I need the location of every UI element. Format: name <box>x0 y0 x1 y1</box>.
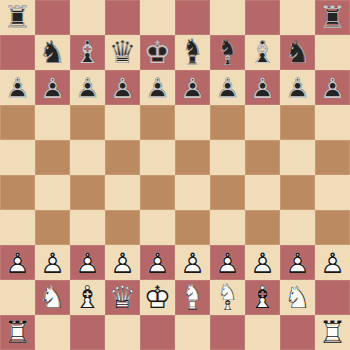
square-f9[interactable]: ♜♖♞♘ <box>175 35 210 70</box>
white-king-glyph-fill: ♚ <box>140 280 175 315</box>
black-pawn[interactable]: ♟♙ <box>245 70 280 105</box>
square-c4[interactable] <box>70 210 105 245</box>
square-d2[interactable]: ♛♕ <box>105 280 140 315</box>
black-pawn-glyph-fill: ♟ <box>140 70 175 105</box>
square-j9[interactable] <box>315 35 350 70</box>
square-b7[interactable] <box>35 105 70 140</box>
grand-chess-board: ♜♖♜♖♞♘♝♗♛♕♚♔♜♖♞♘♝♗♞♘♝♗♞♘♟♙♟♙♟♙♟♙♟♙♟♙♟♙♟♙… <box>0 0 350 350</box>
black-cardinal-base-glyph-stroke: ♗ <box>210 35 245 70</box>
white-pawn-glyph-fill: ♟ <box>315 245 350 280</box>
white-pawn-glyph-stroke: ♙ <box>315 245 350 280</box>
black-marshall-head-glyph-stroke: ♘ <box>175 35 210 70</box>
black-marshall-base-glyph-fill: ♜ <box>175 35 210 70</box>
white-rook-glyph-fill: ♜ <box>315 315 350 350</box>
black-queen-glyph-stroke: ♕ <box>105 35 140 70</box>
square-b5[interactable] <box>35 175 70 210</box>
white-pawn[interactable]: ♟♙ <box>140 245 175 280</box>
square-e8[interactable]: ♟♙ <box>140 70 175 105</box>
white-marshall-head-glyph-fill: ♞ <box>175 280 210 315</box>
square-g7[interactable] <box>210 105 245 140</box>
white-marshall-head-glyph-stroke: ♘ <box>175 280 210 315</box>
black-king-glyph-stroke: ♔ <box>140 35 175 70</box>
black-queen-glyph-fill: ♛ <box>105 35 140 70</box>
square-b10[interactable] <box>35 0 70 35</box>
white-marshall-base-glyph-fill: ♜ <box>175 280 210 315</box>
black-cardinal-head-glyph-fill: ♞ <box>210 35 245 70</box>
white-knight-glyph-stroke: ♘ <box>280 280 315 315</box>
square-h10[interactable] <box>245 0 280 35</box>
white-pawn-glyph-stroke: ♙ <box>245 245 280 280</box>
square-j2[interactable] <box>315 280 350 315</box>
square-g5[interactable] <box>210 175 245 210</box>
black-knight[interactable]: ♞♘ <box>280 35 315 70</box>
white-pawn-glyph-fill: ♟ <box>280 245 315 280</box>
square-g4[interactable] <box>210 210 245 245</box>
white-rook[interactable]: ♜♖ <box>0 315 35 350</box>
white-pawn[interactable]: ♟♙ <box>70 245 105 280</box>
square-d10[interactable] <box>105 0 140 35</box>
white-pawn-glyph-stroke: ♙ <box>175 245 210 280</box>
black-knight-glyph-stroke: ♘ <box>35 35 70 70</box>
square-f6[interactable] <box>175 140 210 175</box>
square-i6[interactable] <box>280 140 315 175</box>
white-pawn[interactable]: ♟♙ <box>175 245 210 280</box>
white-pawn-glyph-stroke: ♙ <box>140 245 175 280</box>
black-cardinal-head-glyph-stroke: ♘ <box>210 35 245 70</box>
square-e5[interactable] <box>140 175 175 210</box>
white-knight-glyph-stroke: ♘ <box>35 280 70 315</box>
white-rook-glyph-stroke: ♖ <box>315 315 350 350</box>
square-c10[interactable] <box>70 0 105 35</box>
black-pawn[interactable]: ♟♙ <box>105 70 140 105</box>
white-cardinal-head-glyph-stroke: ♘ <box>210 280 245 315</box>
square-a4[interactable] <box>0 210 35 245</box>
white-bishop[interactable]: ♝♗ <box>70 280 105 315</box>
white-pawn-glyph-fill: ♟ <box>35 245 70 280</box>
square-h8[interactable]: ♟♙ <box>245 70 280 105</box>
square-j1[interactable]: ♜♖ <box>315 315 350 350</box>
black-pawn-glyph-stroke: ♙ <box>245 70 280 105</box>
square-e6[interactable] <box>140 140 175 175</box>
white-pawn[interactable]: ♟♙ <box>105 245 140 280</box>
square-b8[interactable]: ♟♙ <box>35 70 70 105</box>
white-knight[interactable]: ♞♘ <box>35 280 70 315</box>
white-pawn-glyph-fill: ♟ <box>0 245 35 280</box>
black-pawn-glyph-stroke: ♙ <box>280 70 315 105</box>
square-j8[interactable]: ♟♙ <box>315 70 350 105</box>
square-g10[interactable] <box>210 0 245 35</box>
white-pawn-glyph-stroke: ♙ <box>210 245 245 280</box>
black-pawn[interactable]: ♟♙ <box>0 70 35 105</box>
white-pawn-glyph-fill: ♟ <box>175 245 210 280</box>
square-b4[interactable] <box>35 210 70 245</box>
square-i2[interactable]: ♞♘ <box>280 280 315 315</box>
square-e1[interactable] <box>140 315 175 350</box>
square-g9[interactable]: ♝♗♞♘ <box>210 35 245 70</box>
black-knight-glyph-fill: ♞ <box>35 35 70 70</box>
black-bishop-glyph-fill: ♝ <box>70 35 105 70</box>
black-pawn[interactable]: ♟♙ <box>140 70 175 105</box>
white-pawn-glyph-stroke: ♙ <box>0 245 35 280</box>
square-i7[interactable] <box>280 105 315 140</box>
white-pawn-glyph-fill: ♟ <box>245 245 280 280</box>
white-queen-glyph-stroke: ♕ <box>105 280 140 315</box>
square-g1[interactable] <box>210 315 245 350</box>
square-c9[interactable]: ♝♗ <box>70 35 105 70</box>
white-cardinal-base-glyph-stroke: ♗ <box>210 280 245 315</box>
black-bishop-glyph-stroke: ♗ <box>245 35 280 70</box>
square-b2[interactable]: ♞♘ <box>35 280 70 315</box>
black-king-glyph-fill: ♚ <box>140 35 175 70</box>
white-pawn-glyph-fill: ♟ <box>105 245 140 280</box>
black-rook-glyph-stroke: ♖ <box>0 0 35 35</box>
black-marshall[interactable]: ♜♖♞♘ <box>175 35 210 70</box>
square-h1[interactable] <box>245 315 280 350</box>
black-bishop-glyph-fill: ♝ <box>245 35 280 70</box>
black-pawn-glyph-stroke: ♙ <box>70 70 105 105</box>
square-b1[interactable] <box>35 315 70 350</box>
black-rook[interactable]: ♜♖ <box>0 0 35 35</box>
black-pawn-glyph-stroke: ♙ <box>35 70 70 105</box>
square-c7[interactable] <box>70 105 105 140</box>
square-d3[interactable]: ♟♙ <box>105 245 140 280</box>
square-b3[interactable]: ♟♙ <box>35 245 70 280</box>
square-h9[interactable]: ♝♗ <box>245 35 280 70</box>
black-cardinal-base-glyph-fill: ♝ <box>210 35 245 70</box>
square-c5[interactable] <box>70 175 105 210</box>
black-pawn-glyph-stroke: ♙ <box>315 70 350 105</box>
white-pawn-glyph-stroke: ♙ <box>280 245 315 280</box>
square-f4[interactable] <box>175 210 210 245</box>
black-pawn[interactable]: ♟♙ <box>175 70 210 105</box>
square-d7[interactable] <box>105 105 140 140</box>
square-f10[interactable] <box>175 0 210 35</box>
white-marshall-base-glyph-stroke: ♖ <box>175 280 210 315</box>
square-f3[interactable]: ♟♙ <box>175 245 210 280</box>
square-g8[interactable]: ♟♙ <box>210 70 245 105</box>
white-bishop-glyph-fill: ♝ <box>70 280 105 315</box>
black-pawn[interactable]: ♟♙ <box>315 70 350 105</box>
white-knight-glyph-fill: ♞ <box>280 280 315 315</box>
square-a3[interactable]: ♟♙ <box>0 245 35 280</box>
white-rook-glyph-stroke: ♖ <box>0 315 35 350</box>
square-a8[interactable]: ♟♙ <box>0 70 35 105</box>
black-knight-glyph-stroke: ♘ <box>280 35 315 70</box>
square-h4[interactable] <box>245 210 280 245</box>
square-c6[interactable] <box>70 140 105 175</box>
white-knight-glyph-fill: ♞ <box>35 280 70 315</box>
black-pawn-glyph-stroke: ♙ <box>210 70 245 105</box>
square-i10[interactable] <box>280 0 315 35</box>
square-d8[interactable]: ♟♙ <box>105 70 140 105</box>
white-bishop-glyph-stroke: ♗ <box>245 280 280 315</box>
square-c1[interactable] <box>70 315 105 350</box>
white-pawn[interactable]: ♟♙ <box>280 245 315 280</box>
square-f7[interactable] <box>175 105 210 140</box>
square-e9[interactable]: ♚♔ <box>140 35 175 70</box>
black-knight[interactable]: ♞♘ <box>35 35 70 70</box>
white-pawn[interactable]: ♟♙ <box>210 245 245 280</box>
square-d9[interactable]: ♛♕ <box>105 35 140 70</box>
black-pawn-glyph-stroke: ♙ <box>105 70 140 105</box>
white-pawn[interactable]: ♟♙ <box>0 245 35 280</box>
square-d6[interactable] <box>105 140 140 175</box>
square-f5[interactable] <box>175 175 210 210</box>
square-a10[interactable]: ♜♖ <box>0 0 35 35</box>
white-bishop[interactable]: ♝♗ <box>245 280 280 315</box>
square-h2[interactable]: ♝♗ <box>245 280 280 315</box>
black-queen[interactable]: ♛♕ <box>105 35 140 70</box>
square-h5[interactable] <box>245 175 280 210</box>
white-pawn[interactable]: ♟♙ <box>315 245 350 280</box>
square-f1[interactable] <box>175 315 210 350</box>
black-pawn-glyph-fill: ♟ <box>175 70 210 105</box>
square-f2[interactable]: ♜♖♞♘ <box>175 280 210 315</box>
white-pawn-glyph-stroke: ♙ <box>105 245 140 280</box>
square-j3[interactable]: ♟♙ <box>315 245 350 280</box>
square-c3[interactable]: ♟♙ <box>70 245 105 280</box>
black-pawn-glyph-fill: ♟ <box>210 70 245 105</box>
white-pawn-glyph-stroke: ♙ <box>35 245 70 280</box>
black-king[interactable]: ♚♔ <box>140 35 175 70</box>
square-j4[interactable] <box>315 210 350 245</box>
square-a7[interactable] <box>0 105 35 140</box>
square-i5[interactable] <box>280 175 315 210</box>
black-pawn[interactable]: ♟♙ <box>210 70 245 105</box>
black-marshall-head-glyph-fill: ♞ <box>175 35 210 70</box>
black-rook-glyph-stroke: ♖ <box>315 0 350 35</box>
black-pawn-glyph-stroke: ♙ <box>140 70 175 105</box>
black-pawn[interactable]: ♟♙ <box>35 70 70 105</box>
square-b6[interactable] <box>35 140 70 175</box>
black-pawn[interactable]: ♟♙ <box>70 70 105 105</box>
black-pawn-glyph-stroke: ♙ <box>0 70 35 105</box>
square-d1[interactable] <box>105 315 140 350</box>
black-pawn-glyph-fill: ♟ <box>245 70 280 105</box>
square-d4[interactable] <box>105 210 140 245</box>
square-i1[interactable] <box>280 315 315 350</box>
square-j5[interactable] <box>315 175 350 210</box>
square-i4[interactable] <box>280 210 315 245</box>
white-pawn-glyph-fill: ♟ <box>210 245 245 280</box>
white-pawn-glyph-stroke: ♙ <box>70 245 105 280</box>
square-c8[interactable]: ♟♙ <box>70 70 105 105</box>
square-a2[interactable] <box>0 280 35 315</box>
square-d5[interactable] <box>105 175 140 210</box>
black-bishop-glyph-stroke: ♗ <box>70 35 105 70</box>
square-i3[interactable]: ♟♙ <box>280 245 315 280</box>
black-cardinal[interactable]: ♝♗♞♘ <box>210 35 245 70</box>
white-bishop-glyph-stroke: ♗ <box>70 280 105 315</box>
square-e3[interactable]: ♟♙ <box>140 245 175 280</box>
white-cardinal[interactable]: ♝♗♞♘ <box>210 280 245 315</box>
square-h3[interactable]: ♟♙ <box>245 245 280 280</box>
white-cardinal-head-glyph-fill: ♞ <box>210 280 245 315</box>
square-j6[interactable] <box>315 140 350 175</box>
black-bishop[interactable]: ♝♗ <box>70 35 105 70</box>
black-pawn-glyph-fill: ♟ <box>315 70 350 105</box>
square-f8[interactable]: ♟♙ <box>175 70 210 105</box>
square-j10[interactable]: ♜♖ <box>315 0 350 35</box>
black-pawn-glyph-fill: ♟ <box>0 70 35 105</box>
black-pawn-glyph-fill: ♟ <box>280 70 315 105</box>
square-a5[interactable] <box>0 175 35 210</box>
square-a9[interactable] <box>0 35 35 70</box>
white-rook-glyph-fill: ♜ <box>0 315 35 350</box>
square-b9[interactable]: ♞♘ <box>35 35 70 70</box>
black-pawn-glyph-fill: ♟ <box>105 70 140 105</box>
black-pawn[interactable]: ♟♙ <box>280 70 315 105</box>
white-pawn[interactable]: ♟♙ <box>35 245 70 280</box>
black-pawn-glyph-fill: ♟ <box>35 70 70 105</box>
square-h6[interactable] <box>245 140 280 175</box>
square-e10[interactable] <box>140 0 175 35</box>
black-marshall-base-glyph-stroke: ♖ <box>175 35 210 70</box>
black-rook-glyph-fill: ♜ <box>315 0 350 35</box>
black-pawn-glyph-stroke: ♙ <box>175 70 210 105</box>
white-queen[interactable]: ♛♕ <box>105 280 140 315</box>
white-pawn-glyph-fill: ♟ <box>140 245 175 280</box>
white-pawn[interactable]: ♟♙ <box>245 245 280 280</box>
white-bishop-glyph-fill: ♝ <box>245 280 280 315</box>
square-a6[interactable] <box>0 140 35 175</box>
square-a1[interactable]: ♜♖ <box>0 315 35 350</box>
square-g3[interactable]: ♟♙ <box>210 245 245 280</box>
white-king[interactable]: ♚♔ <box>140 280 175 315</box>
square-i9[interactable]: ♞♘ <box>280 35 315 70</box>
black-rook[interactable]: ♜♖ <box>315 0 350 35</box>
square-h7[interactable] <box>245 105 280 140</box>
square-e7[interactable] <box>140 105 175 140</box>
square-e4[interactable] <box>140 210 175 245</box>
black-rook-glyph-fill: ♜ <box>0 0 35 35</box>
white-pawn-glyph-fill: ♟ <box>70 245 105 280</box>
square-g6[interactable] <box>210 140 245 175</box>
square-i8[interactable]: ♟♙ <box>280 70 315 105</box>
square-c2[interactable]: ♝♗ <box>70 280 105 315</box>
black-bishop[interactable]: ♝♗ <box>245 35 280 70</box>
white-cardinal-base-glyph-fill: ♝ <box>210 280 245 315</box>
white-knight[interactable]: ♞♘ <box>280 280 315 315</box>
white-queen-glyph-fill: ♛ <box>105 280 140 315</box>
square-e2[interactable]: ♚♔ <box>140 280 175 315</box>
black-pawn-glyph-fill: ♟ <box>70 70 105 105</box>
white-marshall[interactable]: ♜♖♞♘ <box>175 280 210 315</box>
black-knight-glyph-fill: ♞ <box>280 35 315 70</box>
square-g2[interactable]: ♝♗♞♘ <box>210 280 245 315</box>
white-king-glyph-stroke: ♔ <box>140 280 175 315</box>
white-rook[interactable]: ♜♖ <box>315 315 350 350</box>
square-j7[interactable] <box>315 105 350 140</box>
